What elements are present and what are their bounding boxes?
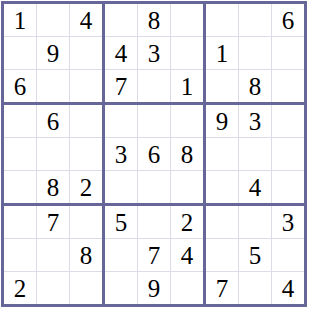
cell-r9c2[interactable] bbox=[37, 272, 69, 304]
box-2-2: 3574 bbox=[206, 206, 304, 304]
cell-r6c4[interactable] bbox=[105, 171, 137, 203]
cell-r2c3[interactable] bbox=[70, 37, 102, 69]
cell-r7c4[interactable]: 5 bbox=[105, 206, 137, 238]
cell-r5c9[interactable] bbox=[272, 138, 304, 170]
cell-r7c6[interactable]: 2 bbox=[171, 206, 203, 238]
cell-r6c3[interactable]: 2 bbox=[70, 171, 102, 203]
cell-r7c1[interactable] bbox=[4, 206, 36, 238]
cell-r1c7[interactable] bbox=[206, 4, 238, 36]
cell-r5c1[interactable] bbox=[4, 138, 36, 170]
cell-r9c6[interactable] bbox=[171, 272, 203, 304]
cell-r1c4[interactable] bbox=[105, 4, 137, 36]
cell-r1c1[interactable]: 1 bbox=[4, 4, 36, 36]
cell-r1c5[interactable]: 8 bbox=[138, 4, 170, 36]
cell-r4c2[interactable]: 6 bbox=[37, 105, 69, 137]
cell-r5c2[interactable] bbox=[37, 138, 69, 170]
cell-r8c7[interactable] bbox=[206, 239, 238, 271]
cell-r1c6[interactable] bbox=[171, 4, 203, 36]
cell-r8c9[interactable] bbox=[272, 239, 304, 271]
cell-r3c3[interactable] bbox=[70, 70, 102, 102]
cell-r4c7[interactable]: 9 bbox=[206, 105, 238, 137]
cell-r3c1[interactable]: 6 bbox=[4, 70, 36, 102]
cell-r3c4[interactable]: 7 bbox=[105, 70, 137, 102]
cell-r6c2[interactable]: 8 bbox=[37, 171, 69, 203]
cell-r6c5[interactable] bbox=[138, 171, 170, 203]
cell-r7c9[interactable]: 3 bbox=[272, 206, 304, 238]
cell-r1c2[interactable] bbox=[37, 4, 69, 36]
cell-r8c5[interactable]: 7 bbox=[138, 239, 170, 271]
box-1-0: 682 bbox=[4, 105, 102, 203]
box-2-1: 52749 bbox=[105, 206, 203, 304]
cell-r4c1[interactable] bbox=[4, 105, 36, 137]
cell-r7c8[interactable] bbox=[239, 206, 271, 238]
box-0-0: 1496 bbox=[4, 4, 102, 102]
cell-r6c1[interactable] bbox=[4, 171, 36, 203]
cell-r2c2[interactable]: 9 bbox=[37, 37, 69, 69]
cell-r8c6[interactable]: 4 bbox=[171, 239, 203, 271]
cell-r1c3[interactable]: 4 bbox=[70, 4, 102, 36]
cell-r2c6[interactable] bbox=[171, 37, 203, 69]
cell-r2c5[interactable]: 3 bbox=[138, 37, 170, 69]
cell-r2c4[interactable]: 4 bbox=[105, 37, 137, 69]
cell-r6c9[interactable] bbox=[272, 171, 304, 203]
sudoku-page: 149684371618682368934782527493574 bbox=[0, 0, 311, 313]
cell-r9c9[interactable]: 4 bbox=[272, 272, 304, 304]
cell-r4c9[interactable] bbox=[272, 105, 304, 137]
box-1-1: 368 bbox=[105, 105, 203, 203]
cell-r6c6[interactable] bbox=[171, 171, 203, 203]
cell-r6c8[interactable]: 4 bbox=[239, 171, 271, 203]
cell-r3c6[interactable]: 1 bbox=[171, 70, 203, 102]
cell-r8c4[interactable] bbox=[105, 239, 137, 271]
cell-r3c7[interactable] bbox=[206, 70, 238, 102]
cell-r3c5[interactable] bbox=[138, 70, 170, 102]
box-1-2: 934 bbox=[206, 105, 304, 203]
cell-r9c1[interactable]: 2 bbox=[4, 272, 36, 304]
box-0-1: 84371 bbox=[105, 4, 203, 102]
cell-r3c8[interactable]: 8 bbox=[239, 70, 271, 102]
cell-r1c8[interactable] bbox=[239, 4, 271, 36]
cell-r5c3[interactable] bbox=[70, 138, 102, 170]
cell-r5c8[interactable] bbox=[239, 138, 271, 170]
cell-r5c4[interactable]: 3 bbox=[105, 138, 137, 170]
cell-r3c9[interactable] bbox=[272, 70, 304, 102]
cell-r9c8[interactable] bbox=[239, 272, 271, 304]
cell-r4c8[interactable]: 3 bbox=[239, 105, 271, 137]
cell-r2c8[interactable] bbox=[239, 37, 271, 69]
cell-r9c7[interactable]: 7 bbox=[206, 272, 238, 304]
box-0-2: 618 bbox=[206, 4, 304, 102]
cell-r4c4[interactable] bbox=[105, 105, 137, 137]
cell-r2c7[interactable]: 1 bbox=[206, 37, 238, 69]
cell-r3c2[interactable] bbox=[37, 70, 69, 102]
cell-r2c1[interactable] bbox=[4, 37, 36, 69]
cell-r9c4[interactable] bbox=[105, 272, 137, 304]
cell-r8c1[interactable] bbox=[4, 239, 36, 271]
cell-r1c9[interactable]: 6 bbox=[272, 4, 304, 36]
cell-r5c6[interactable]: 8 bbox=[171, 138, 203, 170]
cell-r8c8[interactable]: 5 bbox=[239, 239, 271, 271]
cell-r6c7[interactable] bbox=[206, 171, 238, 203]
cell-r4c5[interactable] bbox=[138, 105, 170, 137]
cell-r4c6[interactable] bbox=[171, 105, 203, 137]
cell-r4c3[interactable] bbox=[70, 105, 102, 137]
cell-r2c9[interactable] bbox=[272, 37, 304, 69]
cell-r8c3[interactable]: 8 bbox=[70, 239, 102, 271]
cell-r5c7[interactable] bbox=[206, 138, 238, 170]
cell-r8c2[interactable] bbox=[37, 239, 69, 271]
cell-r5c5[interactable]: 6 bbox=[138, 138, 170, 170]
sudoku-board: 149684371618682368934782527493574 bbox=[1, 1, 307, 307]
box-2-0: 782 bbox=[4, 206, 102, 304]
cell-r7c2[interactable]: 7 bbox=[37, 206, 69, 238]
cell-r7c7[interactable] bbox=[206, 206, 238, 238]
cell-r9c3[interactable] bbox=[70, 272, 102, 304]
cell-r7c5[interactable] bbox=[138, 206, 170, 238]
cell-r9c5[interactable]: 9 bbox=[138, 272, 170, 304]
cell-r7c3[interactable] bbox=[70, 206, 102, 238]
